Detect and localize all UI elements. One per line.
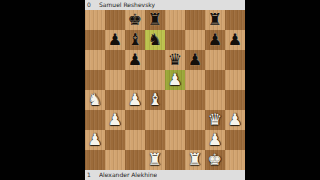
piece-white-pawn: ♟ [125,90,145,110]
square-b7[interactable]: ♟ [105,30,125,50]
piece-black-pawn: ♟ [105,30,125,50]
square-d5[interactable] [145,70,165,90]
chess-board[interactable]: ♚♜♜♟♝♞♟♟♟♛♟♟♞♟♝♟♛♟♟♟♜♜♚ [85,10,245,170]
video-frame: 0 Samuel Reshevsky ♚♜♜♟♝♞♟♟♟♛♟♟♞♟♝♟♛♟♟♟♜… [0,0,320,180]
square-e6[interactable]: ♛ [165,50,185,70]
square-b1[interactable] [105,150,125,170]
top-player-bar: 0 Samuel Reshevsky [85,0,245,10]
square-d2[interactable] [145,130,165,150]
square-f7[interactable] [185,30,205,50]
piece-white-pawn: ♟ [85,130,105,150]
square-b6[interactable] [105,50,125,70]
piece-black-bishop: ♝ [125,30,145,50]
bottom-player-score: 1 [87,170,95,180]
square-a4[interactable]: ♞ [85,90,105,110]
piece-white-knight: ♞ [85,90,105,110]
square-a2[interactable]: ♟ [85,130,105,150]
piece-white-pawn: ♟ [165,70,185,90]
piece-black-king: ♚ [125,10,145,30]
square-g8[interactable]: ♜ [205,10,225,30]
square-c7[interactable]: ♝ [125,30,145,50]
square-h1[interactable] [225,150,245,170]
square-g1[interactable]: ♚ [205,150,225,170]
square-c1[interactable] [125,150,145,170]
square-f1[interactable]: ♜ [185,150,205,170]
square-g3[interactable]: ♛ [205,110,225,130]
square-g7[interactable]: ♟ [205,30,225,50]
piece-black-queen: ♛ [165,50,185,70]
piece-black-rook: ♜ [145,10,165,30]
piece-white-king: ♚ [205,150,225,170]
piece-white-pawn: ♟ [225,110,245,130]
square-f8[interactable] [185,10,205,30]
piece-white-bishop: ♝ [145,90,165,110]
square-e5[interactable]: ♟ [165,70,185,90]
square-h3[interactable]: ♟ [225,110,245,130]
square-b2[interactable] [105,130,125,150]
square-g5[interactable] [205,70,225,90]
top-player-score: 0 [87,0,95,10]
square-h7[interactable]: ♟ [225,30,245,50]
square-a1[interactable] [85,150,105,170]
square-c2[interactable] [125,130,145,150]
game-view: 0 Samuel Reshevsky ♚♜♜♟♝♞♟♟♟♛♟♟♞♟♝♟♛♟♟♟♜… [85,0,245,180]
piece-black-pawn: ♟ [205,30,225,50]
square-e3[interactable] [165,110,185,130]
square-g2[interactable]: ♟ [205,130,225,150]
piece-black-pawn: ♟ [225,30,245,50]
square-d7[interactable]: ♞ [145,30,165,50]
piece-white-pawn: ♟ [205,130,225,150]
square-c5[interactable] [125,70,145,90]
square-c6[interactable]: ♟ [125,50,145,70]
left-black-bar [0,0,85,180]
piece-black-knight: ♞ [145,30,165,50]
square-h2[interactable] [225,130,245,150]
square-e2[interactable] [165,130,185,150]
square-f3[interactable] [185,110,205,130]
square-f2[interactable] [185,130,205,150]
square-e8[interactable] [165,10,185,30]
square-d3[interactable] [145,110,165,130]
square-c4[interactable]: ♟ [125,90,145,110]
piece-white-queen: ♛ [205,110,225,130]
square-e7[interactable] [165,30,185,50]
square-d1[interactable]: ♜ [145,150,165,170]
bottom-player-bar: 1 Alexander Alekhine [85,170,245,180]
piece-white-rook: ♜ [185,150,205,170]
square-b4[interactable] [105,90,125,110]
square-c3[interactable] [125,110,145,130]
square-f5[interactable] [185,70,205,90]
right-black-bar [245,0,320,180]
square-f4[interactable] [185,90,205,110]
square-h5[interactable] [225,70,245,90]
square-a7[interactable] [85,30,105,50]
square-h6[interactable] [225,50,245,70]
square-a6[interactable] [85,50,105,70]
piece-black-pawn: ♟ [125,50,145,70]
square-e4[interactable] [165,90,185,110]
square-b5[interactable] [105,70,125,90]
square-d8[interactable]: ♜ [145,10,165,30]
square-d4[interactable]: ♝ [145,90,165,110]
square-g4[interactable] [205,90,225,110]
piece-black-pawn: ♟ [185,50,205,70]
square-a3[interactable] [85,110,105,130]
square-a8[interactable] [85,10,105,30]
piece-white-rook: ♜ [145,150,165,170]
square-h8[interactable] [225,10,245,30]
square-e1[interactable] [165,150,185,170]
square-d6[interactable] [145,50,165,70]
square-f6[interactable]: ♟ [185,50,205,70]
square-b3[interactable]: ♟ [105,110,125,130]
piece-white-pawn: ♟ [105,110,125,130]
bottom-player-name: Alexander Alekhine [99,170,157,180]
square-h4[interactable] [225,90,245,110]
square-a5[interactable] [85,70,105,90]
top-player-name: Samuel Reshevsky [99,0,155,10]
square-b8[interactable] [105,10,125,30]
piece-black-rook: ♜ [205,10,225,30]
square-g6[interactable] [205,50,225,70]
square-c8[interactable]: ♚ [125,10,145,30]
